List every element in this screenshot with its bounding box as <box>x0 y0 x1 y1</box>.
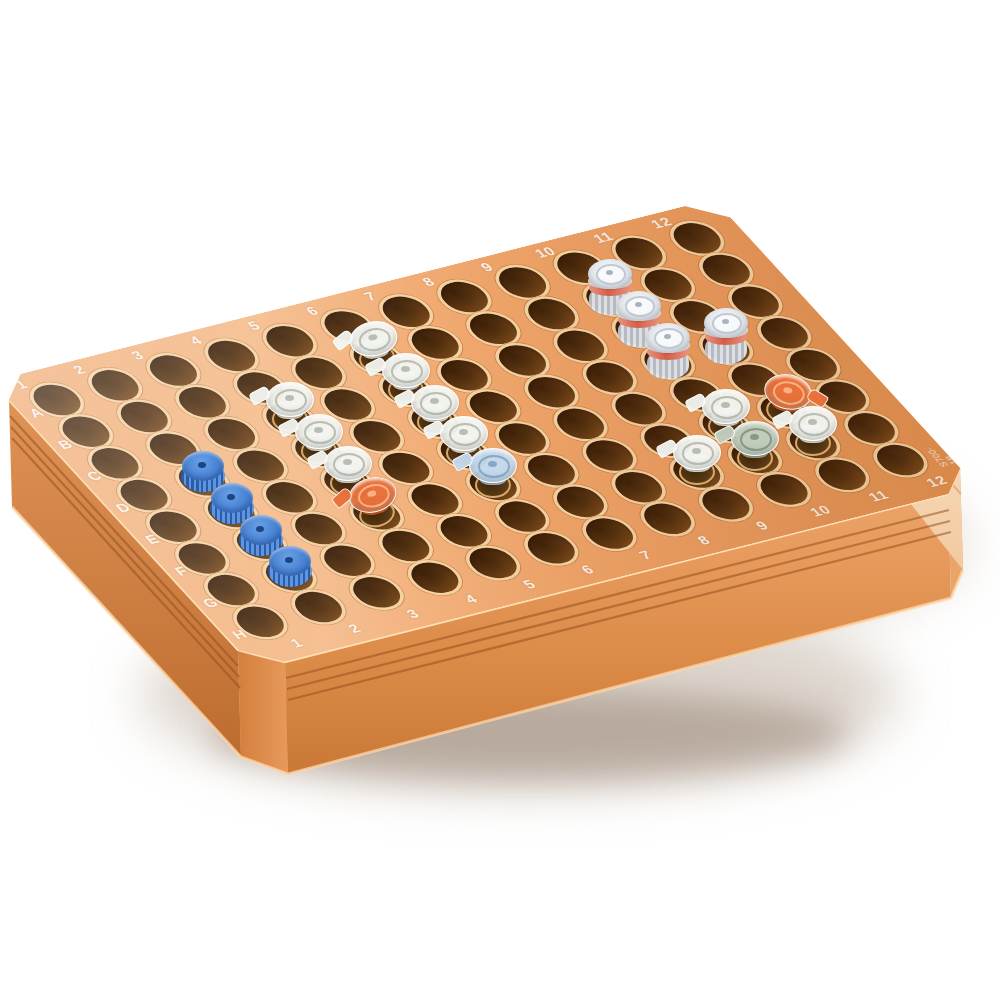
col-label-front-11: 11 <box>865 488 893 504</box>
tube-cap-top <box>704 308 748 338</box>
col-label-front-7: 7 <box>636 547 656 561</box>
col-label-back-6: 6 <box>302 304 322 318</box>
col-label-back-2: 2 <box>69 362 89 376</box>
col-label-back-7: 7 <box>360 289 380 303</box>
col-label-front-6: 6 <box>577 562 597 576</box>
tube-cap-top <box>617 291 661 321</box>
col-label-front-1: 1 <box>286 636 306 650</box>
col-label-front-5: 5 <box>519 577 539 591</box>
col-label-front-8: 8 <box>694 533 714 547</box>
col-label-front-2: 2 <box>345 621 365 635</box>
tube-flip-cap <box>789 406 837 441</box>
tube-cap-top <box>646 323 690 353</box>
col-label-back-3: 3 <box>128 348 148 362</box>
col-label-front-10: 10 <box>806 502 834 519</box>
col-label-back-5: 5 <box>244 318 264 332</box>
tube-flip-cap <box>731 421 779 456</box>
tube-flip-cap <box>266 382 314 417</box>
tube-flip-cap <box>382 353 430 388</box>
col-label-back-8: 8 <box>419 274 439 288</box>
tube-flip-cap <box>469 448 517 483</box>
col-label-front-9: 9 <box>752 518 772 532</box>
col-label-back-9: 9 <box>477 259 497 273</box>
tube-rack-photo: 123456789101112123456789101112ABCDEFGH S… <box>0 0 1000 1000</box>
tube-flip-cap <box>411 385 459 420</box>
col-label-front-4: 4 <box>461 592 481 606</box>
tube-flip-cap <box>295 414 343 449</box>
col-label-front-3: 3 <box>403 606 423 620</box>
col-label-back-4: 4 <box>186 333 206 347</box>
col-label-front-12: 12 <box>922 473 950 490</box>
tube-cap-top <box>240 515 282 545</box>
tube-flip-cap <box>702 389 750 424</box>
tube-flip-cap <box>324 446 372 481</box>
